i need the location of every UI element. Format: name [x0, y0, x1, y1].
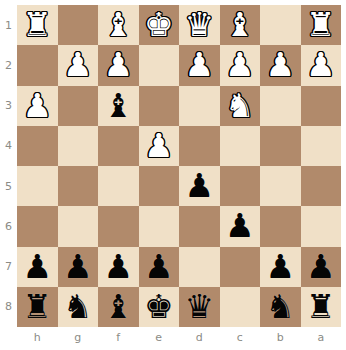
square-b8[interactable]: ♞	[260, 287, 301, 327]
square-f3[interactable]: ♝	[98, 86, 139, 126]
black-rook-h8[interactable]: ♜	[22, 287, 52, 327]
white-rook-h1[interactable]: ♜	[22, 5, 52, 45]
square-f6[interactable]	[98, 206, 139, 246]
square-c6[interactable]: ♟	[220, 206, 261, 246]
file-label-f: f	[98, 327, 139, 347]
white-pawn-e4[interactable]: ♟	[144, 126, 174, 166]
square-f8[interactable]: ♝	[98, 287, 139, 327]
square-d3[interactable]	[179, 86, 220, 126]
square-a1[interactable]: ♜	[301, 5, 342, 45]
white-pawn-a2[interactable]: ♟	[306, 45, 336, 85]
file-label-g: g	[58, 327, 99, 347]
white-pawn-d2[interactable]: ♟	[184, 45, 214, 85]
square-h6[interactable]	[17, 206, 58, 246]
white-knight-c3[interactable]: ♞	[225, 86, 255, 126]
black-pawn-c6[interactable]: ♟	[225, 206, 255, 246]
rank-label-7: 7	[0, 247, 17, 287]
square-a4[interactable]	[301, 126, 342, 166]
square-h1[interactable]: ♜	[17, 5, 58, 45]
square-d1[interactable]: ♛	[179, 5, 220, 45]
black-pawn-g7[interactable]: ♟	[63, 247, 93, 287]
square-e2[interactable]	[139, 45, 180, 85]
rank-label-2: 2	[0, 45, 17, 85]
square-h5[interactable]	[17, 166, 58, 206]
square-h3[interactable]: ♟	[17, 86, 58, 126]
chess-board[interactable]: ♜♝♚♛♝♜♟♟♟♟♟♟♟♝♞♟♟♟♟♟♟♟♟♟♜♞♝♚♛♞♜	[17, 5, 341, 327]
square-e7[interactable]: ♟	[139, 247, 180, 287]
square-e5[interactable]	[139, 166, 180, 206]
black-pawn-f7[interactable]: ♟	[103, 247, 133, 287]
square-d5[interactable]: ♟	[179, 166, 220, 206]
square-d2[interactable]: ♟	[179, 45, 220, 85]
square-c1[interactable]: ♝	[220, 5, 261, 45]
square-b5[interactable]	[260, 166, 301, 206]
square-e1[interactable]: ♚	[139, 5, 180, 45]
white-pawn-f2[interactable]: ♟	[103, 45, 133, 85]
square-b7[interactable]: ♟	[260, 247, 301, 287]
square-c2[interactable]: ♟	[220, 45, 261, 85]
square-h2[interactable]	[17, 45, 58, 85]
square-h7[interactable]: ♟	[17, 247, 58, 287]
square-f2[interactable]: ♟	[98, 45, 139, 85]
square-a7[interactable]: ♟	[301, 247, 342, 287]
square-g1[interactable]	[58, 5, 99, 45]
white-bishop-f1[interactable]: ♝	[103, 5, 133, 45]
black-bishop-f3[interactable]: ♝	[103, 86, 133, 126]
square-f7[interactable]: ♟	[98, 247, 139, 287]
rank-label-1: 1	[0, 5, 17, 45]
black-knight-b8[interactable]: ♞	[265, 287, 295, 327]
chess-diagram: 12345678 ♜♝♚♛♝♜♟♟♟♟♟♟♟♝♞♟♟♟♟♟♟♟♟♟♜♞♝♚♛♞♜…	[0, 0, 346, 350]
rank-label-3: 3	[0, 86, 17, 126]
black-queen-d8[interactable]: ♛	[184, 287, 214, 327]
square-c3[interactable]: ♞	[220, 86, 261, 126]
square-f5[interactable]	[98, 166, 139, 206]
white-king-e1[interactable]: ♚	[144, 5, 174, 45]
square-e8[interactable]: ♚	[139, 287, 180, 327]
square-e4[interactable]: ♟	[139, 126, 180, 166]
square-c8[interactable]	[220, 287, 261, 327]
square-a2[interactable]: ♟	[301, 45, 342, 85]
square-e6[interactable]	[139, 206, 180, 246]
square-b6[interactable]	[260, 206, 301, 246]
black-bishop-f8[interactable]: ♝	[103, 287, 133, 327]
rank-labels: 12345678	[0, 5, 17, 327]
square-b4[interactable]	[260, 126, 301, 166]
black-pawn-d5[interactable]: ♟	[184, 166, 214, 206]
square-e3[interactable]	[139, 86, 180, 126]
square-g4[interactable]	[58, 126, 99, 166]
black-pawn-a7[interactable]: ♟	[306, 247, 336, 287]
file-label-b: b	[260, 327, 301, 347]
square-c4[interactable]	[220, 126, 261, 166]
square-f1[interactable]: ♝	[98, 5, 139, 45]
black-pawn-b7[interactable]: ♟	[265, 247, 295, 287]
white-queen-d1[interactable]: ♛	[184, 5, 214, 45]
file-label-d: d	[179, 327, 220, 347]
square-f4[interactable]	[98, 126, 139, 166]
square-c5[interactable]	[220, 166, 261, 206]
file-labels: hgfedcba	[17, 327, 341, 347]
white-pawn-b2[interactable]: ♟	[265, 45, 295, 85]
square-a8[interactable]: ♜	[301, 287, 342, 327]
square-b2[interactable]: ♟	[260, 45, 301, 85]
black-king-e8[interactable]: ♚	[144, 287, 174, 327]
white-pawn-g2[interactable]: ♟	[63, 45, 93, 85]
square-g5[interactable]	[58, 166, 99, 206]
rank-label-8: 8	[0, 287, 17, 327]
square-d7[interactable]	[179, 247, 220, 287]
square-a6[interactable]	[301, 206, 342, 246]
white-pawn-c2[interactable]: ♟	[225, 45, 255, 85]
black-pawn-h7[interactable]: ♟	[22, 247, 52, 287]
square-d6[interactable]	[179, 206, 220, 246]
square-g7[interactable]: ♟	[58, 247, 99, 287]
white-bishop-c1[interactable]: ♝	[225, 5, 255, 45]
square-d4[interactable]	[179, 126, 220, 166]
file-label-h: h	[17, 327, 58, 347]
square-g6[interactable]	[58, 206, 99, 246]
rank-label-5: 5	[0, 166, 17, 206]
white-rook-a1[interactable]: ♜	[306, 5, 336, 45]
square-g3[interactable]	[58, 86, 99, 126]
white-pawn-h3[interactable]: ♟	[22, 86, 52, 126]
file-label-e: e	[139, 327, 180, 347]
black-knight-g8[interactable]: ♞	[63, 287, 93, 327]
file-label-c: c	[220, 327, 261, 347]
square-b3[interactable]	[260, 86, 301, 126]
square-c7[interactable]	[220, 247, 261, 287]
black-rook-a8[interactable]: ♜	[306, 287, 336, 327]
square-a5[interactable]	[301, 166, 342, 206]
black-pawn-e7[interactable]: ♟	[144, 247, 174, 287]
rank-label-6: 6	[0, 206, 17, 246]
square-h4[interactable]	[17, 126, 58, 166]
square-a3[interactable]	[301, 86, 342, 126]
square-h8[interactable]: ♜	[17, 287, 58, 327]
square-b1[interactable]	[260, 5, 301, 45]
square-g8[interactable]: ♞	[58, 287, 99, 327]
square-d8[interactable]: ♛	[179, 287, 220, 327]
square-g2[interactable]: ♟	[58, 45, 99, 85]
rank-label-4: 4	[0, 126, 17, 166]
file-label-a: a	[301, 327, 342, 347]
